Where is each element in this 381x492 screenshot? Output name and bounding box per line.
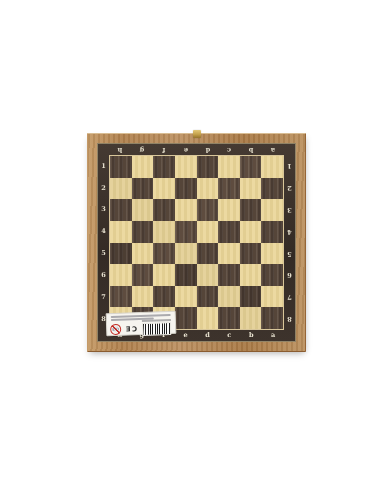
- square-h5: [110, 243, 132, 265]
- square-c3: [218, 199, 240, 221]
- square-d8: [197, 307, 219, 329]
- coordinate-label: 6: [99, 264, 108, 286]
- coordinate-label: 5: [99, 243, 108, 265]
- age-warning-text: 0-3: [112, 327, 119, 331]
- coordinate-label: c: [218, 331, 240, 340]
- photo-area: hgfedcba hgfedcba 12345678 12345678 0-3 …: [0, 0, 381, 492]
- square-e7: [175, 286, 197, 308]
- square-h3: [110, 199, 132, 221]
- square-a7: [261, 286, 283, 308]
- coordinate-label: f: [153, 145, 175, 154]
- file-labels-top: hgfedcba: [109, 145, 284, 154]
- sticker-row: 0-3 CE: [107, 319, 176, 339]
- square-f2: [153, 178, 175, 200]
- square-e5: [175, 243, 197, 265]
- square-c8: [218, 307, 240, 329]
- coordinate-label: 2: [285, 177, 294, 199]
- squares-grid: [110, 156, 283, 329]
- age-warning-icon: 0-3: [110, 323, 121, 334]
- square-b2: [240, 178, 262, 200]
- product-photo: hgfedcba hgfedcba 12345678 12345678 0-3 …: [0, 0, 381, 492]
- square-b8: [240, 307, 262, 329]
- square-c4: [218, 221, 240, 243]
- coordinate-label: d: [197, 145, 219, 154]
- playing-field: [109, 155, 284, 330]
- square-f1: [153, 156, 175, 178]
- square-a6: [261, 264, 283, 286]
- barcode: [142, 319, 172, 336]
- coordinate-label: 2: [99, 177, 108, 199]
- coordinate-label: a: [262, 145, 284, 154]
- square-f6: [153, 264, 175, 286]
- square-g3: [132, 199, 154, 221]
- coordinate-label: c: [218, 145, 240, 154]
- square-e1: [175, 156, 197, 178]
- square-e2: [175, 178, 197, 200]
- coordinate-label: 3: [285, 199, 294, 221]
- product-sticker: 0-3 CE: [106, 311, 177, 336]
- coordinate-label: d: [197, 331, 219, 340]
- square-a2: [261, 178, 283, 200]
- square-a4: [261, 221, 283, 243]
- coordinate-label: 1: [99, 155, 108, 177]
- square-c6: [218, 264, 240, 286]
- square-b1: [240, 156, 262, 178]
- rank-labels-right: 12345678: [285, 155, 294, 330]
- coordinate-label: g: [131, 145, 153, 154]
- square-g1: [132, 156, 154, 178]
- square-g6: [132, 264, 154, 286]
- square-c5: [218, 243, 240, 265]
- square-b5: [240, 243, 262, 265]
- square-b6: [240, 264, 262, 286]
- square-d3: [197, 199, 219, 221]
- square-a5: [261, 243, 283, 265]
- square-b3: [240, 199, 262, 221]
- square-d4: [197, 221, 219, 243]
- square-a3: [261, 199, 283, 221]
- coordinate-label: 1: [285, 155, 294, 177]
- coordinate-label: 7: [99, 286, 108, 308]
- square-g5: [132, 243, 154, 265]
- coordinate-label: 4: [285, 221, 294, 243]
- square-d1: [197, 156, 219, 178]
- coordinate-label: h: [109, 145, 131, 154]
- square-b4: [240, 221, 262, 243]
- square-e6: [175, 264, 197, 286]
- square-g2: [132, 178, 154, 200]
- coordinate-label: 4: [99, 221, 108, 243]
- coordinate-label: 8: [285, 308, 294, 330]
- square-h6: [110, 264, 132, 286]
- coordinate-label: a: [262, 331, 284, 340]
- square-d5: [197, 243, 219, 265]
- coordinate-label: 6: [285, 264, 294, 286]
- rank-labels-left: 12345678: [99, 155, 108, 330]
- square-a8: [261, 307, 283, 329]
- brass-latch-icon: [193, 130, 201, 138]
- square-f3: [153, 199, 175, 221]
- square-d6: [197, 264, 219, 286]
- coordinate-label: e: [175, 145, 197, 154]
- coordinate-label: 7: [285, 286, 294, 308]
- square-c1: [218, 156, 240, 178]
- coordinate-label: e: [175, 331, 197, 340]
- coordinate-label: 5: [285, 243, 294, 265]
- square-g7: [132, 286, 154, 308]
- square-h4: [110, 221, 132, 243]
- square-f4: [153, 221, 175, 243]
- square-g4: [132, 221, 154, 243]
- square-f7: [153, 286, 175, 308]
- coordinate-label: b: [240, 145, 262, 154]
- square-c7: [218, 286, 240, 308]
- square-e8: [175, 307, 197, 329]
- square-h7: [110, 286, 132, 308]
- square-f5: [153, 243, 175, 265]
- square-a1: [261, 156, 283, 178]
- ce-mark: CE: [124, 324, 137, 332]
- square-e4: [175, 221, 197, 243]
- square-h1: [110, 156, 132, 178]
- square-d2: [197, 178, 219, 200]
- coordinate-label: 3: [99, 199, 108, 221]
- barcode-bars-icon: [142, 322, 171, 336]
- square-e3: [175, 199, 197, 221]
- square-c2: [218, 178, 240, 200]
- coordinate-label: b: [240, 331, 262, 340]
- square-h2: [110, 178, 132, 200]
- square-d7: [197, 286, 219, 308]
- square-b7: [240, 286, 262, 308]
